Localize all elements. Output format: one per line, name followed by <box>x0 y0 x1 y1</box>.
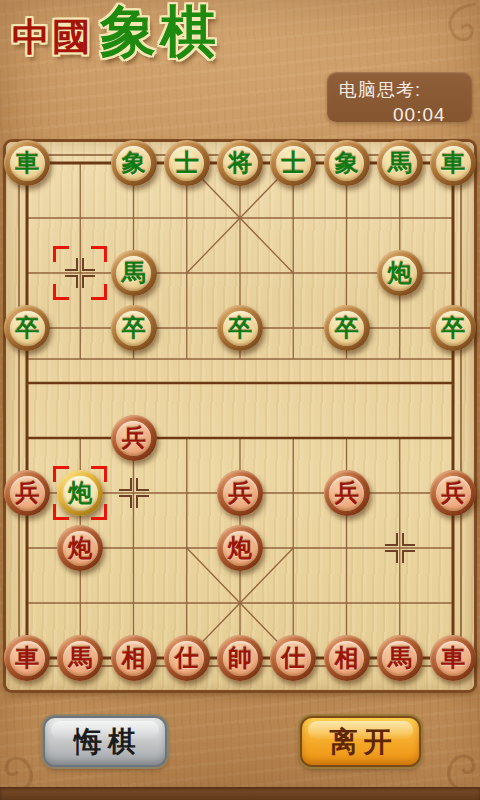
computer-thinking-panel: 电脑思考: 00:04 <box>327 72 472 122</box>
corner-flourish-icon <box>424 2 478 56</box>
leave-game-label: 离开 <box>324 723 398 761</box>
xiangqi-app: 中國 象棋 电脑思考: 00:04 <box>0 0 480 800</box>
undo-move-button[interactable]: 悔棋 <box>43 716 167 767</box>
thinking-timer-value: 00:04 <box>393 104 472 126</box>
xiangqi-board[interactable]: 車象士将士象馬車馬炮卒卒卒卒卒炮兵兵兵兵兵炮炮車馬相仕帥仕相馬車 <box>6 142 474 690</box>
leave-game-button[interactable]: 离开 <box>300 716 421 767</box>
computer-thinking-label: 电脑思考: <box>339 78 472 102</box>
last-move-marker-bracket <box>53 246 107 300</box>
app-title-zhongguo: 中國 <box>12 18 92 56</box>
last-move-marker-bracket <box>53 466 107 520</box>
bottom-frame-bar <box>0 787 480 800</box>
app-title-xiangqi: 象棋 <box>100 4 220 60</box>
move-markers-layer <box>6 142 474 690</box>
undo-move-label: 悔棋 <box>68 723 142 761</box>
app-title: 中國 象棋 <box>12 4 220 60</box>
